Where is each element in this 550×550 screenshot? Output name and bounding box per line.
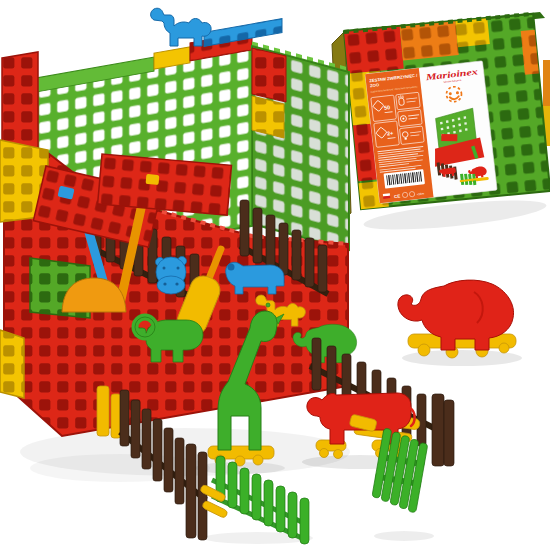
figure-blue-camel	[151, 8, 212, 46]
palm-canopy-red-2	[98, 154, 232, 215]
box-label: ZESTAW ZWIERZYNIEC / ZOO KLOCKI KONSTRUK…	[365, 61, 497, 204]
retail-box: ZESTAW ZWIERZYNIEC / ZOO KLOCKI KONSTRUK…	[344, 14, 550, 209]
poland-flag-icon	[383, 193, 391, 199]
fence-post-yellow	[97, 386, 109, 436]
box-orange-blocks	[400, 21, 459, 60]
spec-pieces-value: 50	[384, 104, 391, 111]
mini-palm	[441, 134, 457, 141]
palm-canopy-yellow-nub	[146, 174, 160, 185]
spec-age-value: 2+	[387, 130, 394, 137]
corner-yellow-block	[252, 96, 284, 138]
product-photo: ZESTAW ZWIERZYNIEC / ZOO KLOCKI KONSTRUK…	[0, 0, 550, 550]
photo-canvas: ZESTAW ZWIERZYNIEC / ZOO KLOCKI KONSTRUK…	[0, 0, 550, 550]
figure-red-elephant	[398, 280, 516, 358]
fence-post-yellow-2	[111, 394, 121, 438]
figure-blue-hippo	[156, 257, 187, 295]
box-red-blocks	[344, 27, 404, 74]
corner-red-block	[252, 48, 286, 102]
left-yellow-low	[0, 330, 24, 398]
ce-mark: CE	[394, 193, 401, 199]
